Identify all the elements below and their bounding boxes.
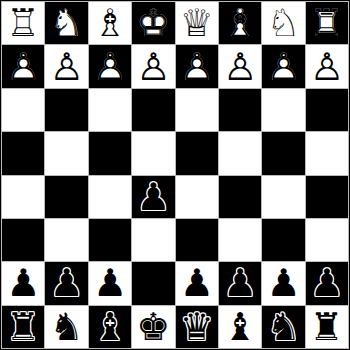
- white-knight: ♞♘: [45, 2, 87, 44]
- piece-glyph-outline: ♔: [136, 4, 170, 42]
- white-pawn: ♟♙: [132, 45, 174, 87]
- square-c1[interactable]: ♝♗: [219, 2, 261, 44]
- piece-glyph-outline: ♖: [6, 4, 40, 42]
- square-d3[interactable]: [176, 89, 218, 131]
- square-a7[interactable]: ♟: [306, 262, 348, 304]
- piece-glyph-fill: ♟: [266, 264, 300, 302]
- piece-glyph-fill: ♟: [136, 178, 170, 216]
- piece-glyph-outline: ♙: [136, 48, 170, 86]
- square-h8[interactable]: ♜: [2, 306, 44, 348]
- piece-glyph-fill: ♟: [180, 264, 214, 302]
- piece-glyph-fill: ♛: [180, 308, 214, 346]
- piece-glyph-fill: ♟: [6, 264, 40, 302]
- square-c8[interactable]: ♝: [219, 306, 261, 348]
- piece-glyph-outline: ♘: [266, 4, 300, 42]
- piece-glyph-outline: ♘: [50, 4, 84, 42]
- black-pawn: ♟: [45, 262, 87, 304]
- piece-glyph-outline: ♙: [180, 48, 214, 86]
- black-pawn: ♟: [176, 262, 218, 304]
- piece-glyph-outline: ♗: [93, 4, 127, 42]
- square-d2[interactable]: ♟♙: [176, 45, 218, 87]
- square-d8[interactable]: ♛: [176, 306, 218, 348]
- white-rook: ♜♖: [306, 2, 348, 44]
- square-g7[interactable]: ♟: [45, 262, 87, 304]
- square-a1[interactable]: ♜♖: [306, 2, 348, 44]
- square-h7[interactable]: ♟: [2, 262, 44, 304]
- square-f7[interactable]: ♟: [89, 262, 131, 304]
- square-b4[interactable]: [262, 132, 304, 174]
- black-pawn: ♟: [132, 176, 174, 218]
- square-a3[interactable]: [306, 89, 348, 131]
- square-f6[interactable]: [89, 219, 131, 261]
- chess-board: ♜♖♞♘♝♗♚♔♛♕♝♗♞♘♜♖♟♙♟♙♟♙♟♙♟♙♟♙♟♙♟♙♟♟♟♟♟♟♟♟…: [0, 0, 350, 350]
- black-knight: ♞: [262, 306, 304, 348]
- square-e1[interactable]: ♚♔: [132, 2, 174, 44]
- piece-glyph-fill: ♚: [136, 308, 170, 346]
- piece-glyph-outline: ♙: [50, 48, 84, 86]
- piece-glyph-outline: ♗: [223, 4, 257, 42]
- square-h1[interactable]: ♜♖: [2, 2, 44, 44]
- white-pawn: ♟♙: [2, 45, 44, 87]
- square-c6[interactable]: [219, 219, 261, 261]
- square-b1[interactable]: ♞♘: [262, 2, 304, 44]
- black-pawn: ♟: [306, 262, 348, 304]
- piece-glyph-fill: ♟: [310, 264, 344, 302]
- square-d4[interactable]: [176, 132, 218, 174]
- white-queen: ♛♕: [176, 2, 218, 44]
- black-queen: ♛: [176, 306, 218, 348]
- white-bishop: ♝♗: [219, 2, 261, 44]
- square-a4[interactable]: [306, 132, 348, 174]
- square-e6[interactable]: [132, 219, 174, 261]
- piece-glyph-fill: ♜: [6, 308, 40, 346]
- black-rook: ♜: [2, 306, 44, 348]
- white-pawn: ♟♙: [306, 45, 348, 87]
- square-g4[interactable]: [45, 132, 87, 174]
- piece-glyph-fill: ♞: [266, 308, 300, 346]
- square-b3[interactable]: [262, 89, 304, 131]
- piece-glyph-outline: ♖: [310, 4, 344, 42]
- square-f8[interactable]: ♝: [89, 306, 131, 348]
- square-b2[interactable]: ♟♙: [262, 45, 304, 87]
- square-h3[interactable]: [2, 89, 44, 131]
- square-a2[interactable]: ♟♙: [306, 45, 348, 87]
- square-b6[interactable]: [262, 219, 304, 261]
- white-king: ♚♔: [132, 2, 174, 44]
- piece-glyph-fill: ♟: [50, 264, 84, 302]
- square-d5[interactable]: [176, 176, 218, 218]
- black-rook: ♜: [306, 306, 348, 348]
- piece-glyph-fill: ♟: [93, 264, 127, 302]
- square-g6[interactable]: [45, 219, 87, 261]
- piece-glyph-fill: ♞: [50, 308, 84, 346]
- square-e8[interactable]: ♚: [132, 306, 174, 348]
- black-pawn: ♟: [262, 262, 304, 304]
- white-pawn: ♟♙: [262, 45, 304, 87]
- black-pawn: ♟: [2, 262, 44, 304]
- square-e7[interactable]: [132, 262, 174, 304]
- square-f4[interactable]: [89, 132, 131, 174]
- chess-app-window: ♜♖♞♘♝♗♚♔♛♕♝♗♞♘♜♖♟♙♟♙♟♙♟♙♟♙♟♙♟♙♟♙♟♟♟♟♟♟♟♟…: [0, 0, 350, 350]
- black-pawn: ♟: [89, 262, 131, 304]
- square-c5[interactable]: [219, 176, 261, 218]
- square-e4[interactable]: [132, 132, 174, 174]
- square-c3[interactable]: [219, 89, 261, 131]
- square-c4[interactable]: [219, 132, 261, 174]
- black-knight: ♞: [45, 306, 87, 348]
- piece-glyph-outline: ♙: [310, 48, 344, 86]
- white-rook: ♜♖: [2, 2, 44, 44]
- piece-glyph-fill: ♜: [310, 308, 344, 346]
- square-g8[interactable]: ♞: [45, 306, 87, 348]
- square-e5[interactable]: ♟: [132, 176, 174, 218]
- square-b5[interactable]: [262, 176, 304, 218]
- square-f2[interactable]: ♟♙: [89, 45, 131, 87]
- white-knight: ♞♘: [262, 2, 304, 44]
- square-e2[interactable]: ♟♙: [132, 45, 174, 87]
- piece-glyph-outline: ♕: [180, 4, 214, 42]
- piece-glyph-outline: ♙: [266, 48, 300, 86]
- white-pawn: ♟♙: [176, 45, 218, 87]
- square-d7[interactable]: ♟: [176, 262, 218, 304]
- square-a6[interactable]: [306, 219, 348, 261]
- square-a5[interactable]: [306, 176, 348, 218]
- square-h5[interactable]: [2, 176, 44, 218]
- square-e3[interactable]: [132, 89, 174, 131]
- square-b7[interactable]: ♟: [262, 262, 304, 304]
- piece-glyph-fill: ♝: [223, 308, 257, 346]
- square-g1[interactable]: ♞♘: [45, 2, 87, 44]
- square-b8[interactable]: ♞: [262, 306, 304, 348]
- square-f1[interactable]: ♝♗: [89, 2, 131, 44]
- square-h6[interactable]: [2, 219, 44, 261]
- square-h4[interactable]: [2, 132, 44, 174]
- white-pawn: ♟♙: [45, 45, 87, 87]
- piece-glyph-fill: ♝: [93, 308, 127, 346]
- black-pawn: ♟: [219, 262, 261, 304]
- square-c7[interactable]: ♟: [219, 262, 261, 304]
- square-d6[interactable]: [176, 219, 218, 261]
- piece-glyph-outline: ♙: [223, 48, 257, 86]
- white-pawn: ♟♙: [219, 45, 261, 87]
- piece-glyph-outline: ♙: [6, 48, 40, 86]
- black-bishop: ♝: [89, 306, 131, 348]
- piece-glyph-outline: ♙: [93, 48, 127, 86]
- square-g5[interactable]: [45, 176, 87, 218]
- square-g2[interactable]: ♟♙: [45, 45, 87, 87]
- square-h2[interactable]: ♟♙: [2, 45, 44, 87]
- piece-glyph-fill: ♟: [223, 264, 257, 302]
- white-bishop: ♝♗: [89, 2, 131, 44]
- square-f3[interactable]: [89, 89, 131, 131]
- square-f5[interactable]: [89, 176, 131, 218]
- black-king: ♚: [132, 306, 174, 348]
- square-c2[interactable]: ♟♙: [219, 45, 261, 87]
- white-pawn: ♟♙: [89, 45, 131, 87]
- square-a8[interactable]: ♜: [306, 306, 348, 348]
- square-d1[interactable]: ♛♕: [176, 2, 218, 44]
- black-bishop: ♝: [219, 306, 261, 348]
- square-g3[interactable]: [45, 89, 87, 131]
